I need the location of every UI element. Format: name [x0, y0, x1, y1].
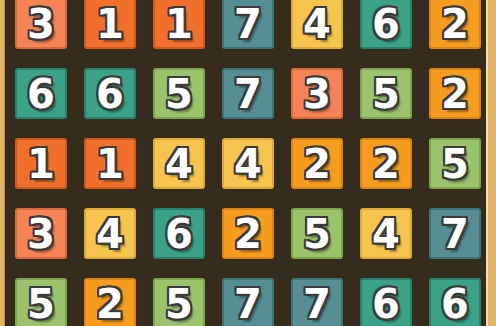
tile-number: 1	[165, 4, 193, 44]
tile-number: 2	[441, 74, 469, 114]
tile-number: 6	[96, 74, 124, 114]
tile-r1c2[interactable]: 1	[84, 0, 136, 49]
tile-number: 4	[372, 214, 400, 254]
tile-r4c5[interactable]: 5	[291, 208, 343, 259]
tile-number: 5	[303, 214, 331, 254]
tile-number: 4	[234, 144, 262, 184]
tile-number: 5	[441, 144, 469, 184]
tile-number: 5	[372, 74, 400, 114]
tile-r2c6[interactable]: 5	[360, 68, 412, 119]
tile-r2c7[interactable]: 2	[429, 68, 481, 119]
tile-number: 4	[96, 214, 124, 254]
tile-r5c2[interactable]: 2	[84, 278, 136, 326]
tile-r2c5[interactable]: 3	[291, 68, 343, 119]
tile-number: 2	[234, 214, 262, 254]
tile-r5c5[interactable]: 7	[291, 278, 343, 326]
tile-number: 1	[96, 4, 124, 44]
tile-number: 5	[27, 284, 55, 324]
tile-number: 2	[441, 4, 469, 44]
tile-r1c6[interactable]: 6	[360, 0, 412, 49]
tile-r3c1[interactable]: 1	[15, 138, 67, 189]
tile-r2c1[interactable]: 6	[15, 68, 67, 119]
tile-r3c4[interactable]: 4	[222, 138, 274, 189]
tile-r4c7[interactable]: 7	[429, 208, 481, 259]
tile-number: 6	[372, 4, 400, 44]
game-board: 31174626657352114422534625475257766	[0, 0, 496, 326]
tile-r4c6[interactable]: 4	[360, 208, 412, 259]
tile-r1c4[interactable]: 7	[222, 0, 274, 49]
tile-number: 7	[234, 74, 262, 114]
tile-number: 2	[96, 284, 124, 324]
board-frame-left	[0, 0, 5, 326]
tile-r4c4[interactable]: 2	[222, 208, 274, 259]
tile-r1c1[interactable]: 3	[15, 0, 67, 49]
tile-number: 3	[27, 4, 55, 44]
tile-number: 3	[27, 214, 55, 254]
tile-number: 2	[303, 144, 331, 184]
tile-number: 5	[165, 74, 193, 114]
tile-number: 6	[372, 284, 400, 324]
tile-r1c3[interactable]: 1	[153, 0, 205, 49]
tile-number: 4	[165, 144, 193, 184]
tile-r4c2[interactable]: 4	[84, 208, 136, 259]
tile-r1c7[interactable]: 2	[429, 0, 481, 49]
board-frame-right	[486, 0, 496, 326]
tile-r3c2[interactable]: 1	[84, 138, 136, 189]
tile-number: 1	[27, 144, 55, 184]
tile-r3c5[interactable]: 2	[291, 138, 343, 189]
tile-number: 2	[372, 144, 400, 184]
tile-number: 5	[165, 284, 193, 324]
tile-number: 7	[234, 4, 262, 44]
tile-number: 7	[441, 214, 469, 254]
tile-r5c1[interactable]: 5	[15, 278, 67, 326]
tile-number: 7	[234, 284, 262, 324]
tile-number: 6	[441, 284, 469, 324]
tile-r5c7[interactable]: 6	[429, 278, 481, 326]
tile-r1c5[interactable]: 4	[291, 0, 343, 49]
tile-r2c4[interactable]: 7	[222, 68, 274, 119]
tile-r4c3[interactable]: 6	[153, 208, 205, 259]
tile-r4c1[interactable]: 3	[15, 208, 67, 259]
tile-grid: 31174626657352114422534625475257766	[15, 0, 481, 326]
tile-number: 4	[303, 4, 331, 44]
tile-r3c6[interactable]: 2	[360, 138, 412, 189]
tile-number: 3	[303, 74, 331, 114]
tile-number: 6	[165, 214, 193, 254]
tile-number: 1	[96, 144, 124, 184]
tile-r5c3[interactable]: 5	[153, 278, 205, 326]
tile-r3c3[interactable]: 4	[153, 138, 205, 189]
tile-number: 6	[27, 74, 55, 114]
tile-r5c4[interactable]: 7	[222, 278, 274, 326]
tile-r5c6[interactable]: 6	[360, 278, 412, 326]
tile-r3c7[interactable]: 5	[429, 138, 481, 189]
tile-r2c3[interactable]: 5	[153, 68, 205, 119]
tile-r2c2[interactable]: 6	[84, 68, 136, 119]
tile-number: 7	[303, 284, 331, 324]
